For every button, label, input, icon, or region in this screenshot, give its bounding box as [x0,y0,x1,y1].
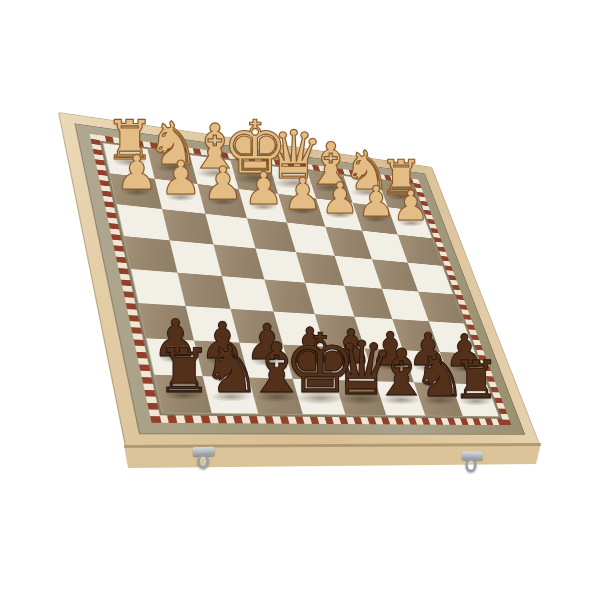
piece-black-rook-h8[interactable]: ♜ [157,340,212,401]
chess-set-photo: ♜♞♝♛♚♝♞♜♟♟♟♟♟♟♟♟♟♟♟♟♟♟♟♟♜♞♝♛♚♝♞♜ [0,0,600,600]
piece-white-pawn-g2[interactable]: ♟ [160,155,202,202]
piece-white-pawn-c2[interactable]: ♟ [321,177,360,220]
piece-white-pawn-h2[interactable]: ♟ [115,150,158,198]
piece-white-pawn-d2[interactable]: ♟ [283,172,322,216]
piece-white-pawn-e2[interactable]: ♟ [244,167,284,212]
clasp-ring-icon [197,454,210,469]
latch-clasp-right [461,451,483,473]
piece-white-pawn-a2[interactable]: ♟ [392,187,429,228]
piece-white-pawn-f2[interactable]: ♟ [203,161,244,207]
piece-white-pawn-b2[interactable]: ♟ [357,182,395,224]
latch-clasp-left [193,447,216,470]
clasp-ring-icon [465,458,477,473]
